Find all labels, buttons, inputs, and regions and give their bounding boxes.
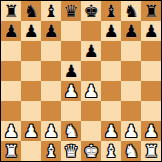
square-d5[interactable]: ♟ <box>61 61 81 81</box>
square-e7[interactable] <box>81 21 101 41</box>
square-d1[interactable]: ♛ <box>61 141 81 161</box>
square-a5[interactable] <box>1 61 21 81</box>
square-h1[interactable]: ♜ <box>141 141 161 161</box>
square-g3[interactable] <box>121 101 141 121</box>
square-f8[interactable]: ♝ <box>101 1 121 21</box>
piece-black-rook[interactable]: ♜ <box>3 1 18 21</box>
square-c3[interactable] <box>41 101 61 121</box>
square-d6[interactable] <box>61 41 81 61</box>
piece-white-queen[interactable]: ♛ <box>63 141 78 161</box>
square-e1[interactable]: ♚ <box>81 141 101 161</box>
square-h4[interactable] <box>141 81 161 101</box>
square-a8[interactable]: ♜ <box>1 1 21 21</box>
piece-black-knight[interactable]: ♞ <box>123 1 138 21</box>
piece-white-pawn[interactable]: ♟ <box>23 121 38 141</box>
square-c5[interactable] <box>41 61 61 81</box>
square-b4[interactable] <box>21 81 41 101</box>
piece-white-pawn[interactable]: ♟ <box>83 81 98 101</box>
square-e5[interactable] <box>81 61 101 81</box>
square-g2[interactable]: ♟ <box>121 121 141 141</box>
square-a4[interactable] <box>1 81 21 101</box>
square-f3[interactable] <box>101 101 121 121</box>
piece-white-knight[interactable]: ♞ <box>123 141 138 161</box>
square-b2[interactable]: ♟ <box>21 121 41 141</box>
piece-black-pawn[interactable]: ♟ <box>23 21 38 41</box>
square-b5[interactable] <box>21 61 41 81</box>
square-h3[interactable] <box>141 101 161 121</box>
square-f7[interactable]: ♟ <box>101 21 121 41</box>
square-h8[interactable]: ♜ <box>141 1 161 21</box>
square-e4[interactable]: ♟ <box>81 81 101 101</box>
piece-black-pawn[interactable]: ♟ <box>123 21 138 41</box>
piece-black-pawn[interactable]: ♟ <box>103 21 118 41</box>
square-g1[interactable]: ♞ <box>121 141 141 161</box>
piece-black-pawn[interactable]: ♟ <box>143 21 158 41</box>
square-g7[interactable]: ♟ <box>121 21 141 41</box>
square-e2[interactable] <box>81 121 101 141</box>
square-h2[interactable]: ♟ <box>141 121 161 141</box>
piece-black-pawn[interactable]: ♟ <box>63 61 78 81</box>
square-d2[interactable]: ♞ <box>61 121 81 141</box>
square-g6[interactable] <box>121 41 141 61</box>
square-d3[interactable] <box>61 101 81 121</box>
square-g8[interactable]: ♞ <box>121 1 141 21</box>
square-c6[interactable] <box>41 41 61 61</box>
piece-white-rook[interactable]: ♜ <box>3 141 18 161</box>
piece-white-pawn[interactable]: ♟ <box>103 121 118 141</box>
piece-black-pawn[interactable]: ♟ <box>43 21 58 41</box>
piece-white-bishop[interactable]: ♝ <box>43 141 58 161</box>
square-d7[interactable] <box>61 21 81 41</box>
piece-white-pawn[interactable]: ♟ <box>63 81 78 101</box>
square-b7[interactable]: ♟ <box>21 21 41 41</box>
square-c8[interactable]: ♝ <box>41 1 61 21</box>
piece-black-pawn[interactable]: ♟ <box>3 21 18 41</box>
square-c2[interactable]: ♟ <box>41 121 61 141</box>
square-a6[interactable] <box>1 41 21 61</box>
piece-white-rook[interactable]: ♜ <box>143 141 158 161</box>
square-f1[interactable]: ♝ <box>101 141 121 161</box>
square-c4[interactable] <box>41 81 61 101</box>
piece-white-knight[interactable]: ♞ <box>63 121 78 141</box>
square-h5[interactable] <box>141 61 161 81</box>
piece-black-king[interactable]: ♚ <box>83 1 98 21</box>
piece-black-knight[interactable]: ♞ <box>23 1 38 21</box>
square-f2[interactable]: ♟ <box>101 121 121 141</box>
piece-black-rook[interactable]: ♜ <box>143 1 158 21</box>
chess-board-frame: ♜♞♝♛♚♝♞♜♟♟♟♟♟♟♟♟♟♟♟♟♟♞♟♟♟♜♝♛♚♝♞♜ <box>0 0 162 162</box>
square-a3[interactable] <box>1 101 21 121</box>
square-c7[interactable]: ♟ <box>41 21 61 41</box>
square-h7[interactable]: ♟ <box>141 21 161 41</box>
square-e6[interactable]: ♟ <box>81 41 101 61</box>
square-a7[interactable]: ♟ <box>1 21 21 41</box>
piece-white-pawn[interactable]: ♟ <box>3 121 18 141</box>
piece-black-bishop[interactable]: ♝ <box>43 1 58 21</box>
square-b8[interactable]: ♞ <box>21 1 41 21</box>
square-f5[interactable] <box>101 61 121 81</box>
square-g5[interactable] <box>121 61 141 81</box>
piece-black-bishop[interactable]: ♝ <box>103 1 118 21</box>
square-b3[interactable] <box>21 101 41 121</box>
chess-board: ♜♞♝♛♚♝♞♜♟♟♟♟♟♟♟♟♟♟♟♟♟♞♟♟♟♜♝♛♚♝♞♜ <box>1 1 161 161</box>
square-a1[interactable]: ♜ <box>1 141 21 161</box>
piece-white-pawn[interactable]: ♟ <box>43 121 58 141</box>
square-a2[interactable]: ♟ <box>1 121 21 141</box>
piece-black-pawn[interactable]: ♟ <box>83 41 98 61</box>
square-f4[interactable] <box>101 81 121 101</box>
piece-white-pawn[interactable]: ♟ <box>143 121 158 141</box>
piece-black-queen[interactable]: ♛ <box>63 1 78 21</box>
piece-white-pawn[interactable]: ♟ <box>123 121 138 141</box>
square-d8[interactable]: ♛ <box>61 1 81 21</box>
square-d4[interactable]: ♟ <box>61 81 81 101</box>
square-f6[interactable] <box>101 41 121 61</box>
square-e3[interactable] <box>81 101 101 121</box>
square-b6[interactable] <box>21 41 41 61</box>
piece-white-bishop[interactable]: ♝ <box>103 141 118 161</box>
square-b1[interactable] <box>21 141 41 161</box>
square-e8[interactable]: ♚ <box>81 1 101 21</box>
square-g4[interactable] <box>121 81 141 101</box>
square-h6[interactable] <box>141 41 161 61</box>
piece-white-king[interactable]: ♚ <box>83 141 98 161</box>
square-c1[interactable]: ♝ <box>41 141 61 161</box>
